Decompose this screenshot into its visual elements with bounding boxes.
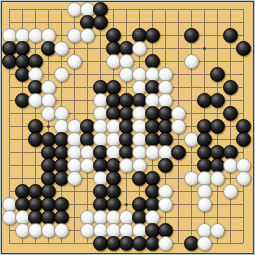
white-stone (236, 171, 251, 186)
white-stone (197, 236, 212, 251)
black-stone (210, 119, 225, 134)
go-board[interactable] (1, 1, 254, 254)
white-stone (197, 197, 212, 212)
white-stone (67, 171, 82, 186)
white-stone (54, 41, 69, 56)
white-stone (223, 184, 238, 199)
black-stone (145, 28, 160, 43)
white-stone (171, 119, 186, 134)
white-stone (210, 223, 225, 238)
black-stone (158, 158, 173, 173)
white-stone (54, 67, 69, 82)
black-stone (223, 28, 238, 43)
black-stone (184, 28, 199, 43)
white-stone (158, 236, 173, 251)
white-stone (132, 41, 147, 56)
star-point (125, 203, 128, 206)
go-game-window (0, 0, 255, 255)
black-stone (210, 67, 225, 82)
black-stone (223, 106, 238, 121)
black-stone (223, 80, 238, 95)
grid-line-vertical (191, 9, 192, 243)
black-stone (171, 145, 186, 160)
black-stone (210, 93, 225, 108)
white-stone (67, 54, 82, 69)
black-stone (236, 41, 251, 56)
white-stone (80, 28, 95, 43)
star-point (47, 125, 50, 128)
grid-line-vertical (230, 9, 231, 243)
white-stone (54, 223, 69, 238)
white-stone (158, 197, 173, 212)
white-stone (184, 54, 199, 69)
black-stone (93, 15, 108, 30)
white-stone (210, 171, 225, 186)
black-stone (236, 132, 251, 147)
star-point (203, 47, 206, 50)
